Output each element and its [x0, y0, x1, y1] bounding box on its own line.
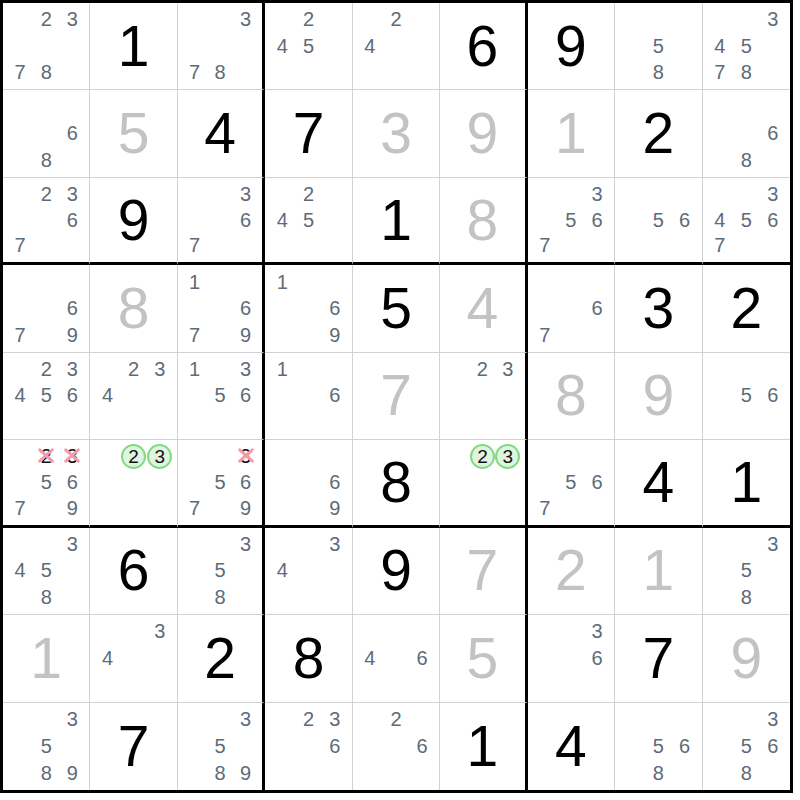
candidate-7[interactable]: 7: [189, 498, 200, 518]
candidate-9[interactable]: 9: [329, 325, 340, 345]
cell-r6c1[interactable]: 235679: [3, 440, 90, 527]
cell-r4c7[interactable]: 67: [528, 265, 615, 352]
pencil-marks: 169: [269, 268, 347, 347]
cell-r2c4[interactable]: 7: [265, 90, 352, 177]
cell-r5c2[interactable]: 234: [90, 353, 177, 440]
candidate-6[interactable]: 6: [767, 385, 778, 405]
candidate-3[interactable]: 3: [329, 709, 340, 729]
candidate-3[interactable]: 3: [240, 359, 251, 379]
candidate-6[interactable]: 6: [329, 298, 340, 318]
cell-r8c7[interactable]: 36: [528, 615, 615, 702]
candidate-6[interactable]: 6: [417, 736, 428, 756]
pencil-marks: 35679: [182, 443, 258, 520]
placed-digit: 7: [467, 542, 499, 599]
pencil-marks: 679: [7, 268, 85, 347]
cell-r8c1[interactable]: 1: [3, 615, 90, 702]
cell-r1c5[interactable]: 24: [353, 3, 440, 90]
pencil-marks: 358: [182, 531, 258, 610]
solved-digit: 2: [204, 630, 236, 687]
pencil-marks: 367: [182, 181, 258, 258]
cell-r6c8[interactable]: 4: [615, 440, 702, 527]
cell-r4c5[interactable]: 5: [353, 265, 440, 352]
cell-r6c7[interactable]: 567: [528, 440, 615, 527]
sudoku-board: 2378137824524695834578685473912682367936…: [0, 0, 793, 793]
candidate-6[interactable]: 6: [591, 298, 602, 318]
candidate-9[interactable]: 9: [67, 325, 78, 345]
placed-digit: 5: [467, 630, 499, 687]
cell-r5c7[interactable]: 8: [528, 353, 615, 440]
pencil-marks: 56: [707, 356, 786, 435]
candidate-4[interactable]: 4: [102, 648, 113, 668]
cell-r7c6[interactable]: 7: [440, 528, 527, 615]
candidate-3[interactable]: 3: [67, 709, 78, 729]
candidate-2[interactable]: 2: [390, 709, 401, 729]
candidate-6[interactable]: 6: [67, 210, 78, 230]
candidate-8[interactable]: 8: [41, 587, 52, 607]
candidate-3[interactable]: 3: [767, 709, 778, 729]
pencil-marks: 568: [619, 706, 697, 786]
placed-digit: 3: [380, 105, 412, 162]
cell-r5c9[interactable]: 56: [703, 353, 790, 440]
solved-digit: 7: [118, 718, 150, 775]
candidate-3[interactable]: 3: [767, 9, 778, 29]
pencil-marks: 2378: [7, 6, 85, 85]
candidate-3[interactable]: 3: [767, 534, 778, 554]
candidate-2-circled[interactable]: 2: [470, 444, 495, 469]
candidate-2[interactable]: 2: [41, 359, 52, 379]
placed-digit: 1: [30, 630, 62, 687]
cell-r4c9[interactable]: 2: [703, 265, 790, 352]
solved-digit: 3: [642, 280, 674, 337]
pencil-marks: 67: [532, 268, 610, 347]
cell-r3c3[interactable]: 367: [178, 178, 265, 265]
candidate-6[interactable]: 6: [240, 472, 251, 492]
solved-digit: 4: [555, 718, 587, 775]
solved-digit: 1: [730, 454, 762, 511]
candidate-7[interactable]: 7: [15, 325, 26, 345]
pencil-marks: 34567: [707, 181, 786, 258]
candidate-5[interactable]: 5: [653, 210, 664, 230]
candidate-2-circled[interactable]: 2: [121, 444, 146, 469]
solved-digit: 4: [204, 105, 236, 162]
cell-r9c1[interactable]: 3589: [3, 703, 90, 790]
placed-digit: 8: [467, 192, 499, 249]
cell-r2c2[interactable]: 5: [90, 90, 177, 177]
candidate-2[interactable]: 2: [477, 359, 488, 379]
pencil-marks: 16: [269, 356, 347, 435]
candidate-5[interactable]: 5: [565, 472, 576, 492]
candidate-7[interactable]: 7: [539, 498, 550, 518]
cell-r5c6[interactable]: 23: [440, 353, 527, 440]
candidate-5[interactable]: 5: [741, 36, 752, 56]
cell-r8c8[interactable]: 7: [615, 615, 702, 702]
candidate-5[interactable]: 5: [41, 472, 52, 492]
candidate-7[interactable]: 7: [189, 235, 200, 255]
cell-r8c5[interactable]: 46: [353, 615, 440, 702]
cell-r8c6[interactable]: 5: [440, 615, 527, 702]
candidate-3[interactable]: 3: [240, 184, 251, 204]
candidate-7[interactable]: 7: [539, 325, 550, 345]
solved-digit: 6: [118, 542, 150, 599]
cell-r3c4[interactable]: 245: [265, 178, 352, 265]
pencil-marks: 3589: [182, 706, 258, 786]
candidate-4[interactable]: 4: [714, 36, 725, 56]
candidate-6[interactable]: 6: [329, 385, 340, 405]
cell-r3c6[interactable]: 8: [440, 178, 527, 265]
candidate-3[interactable]: 3: [767, 184, 778, 204]
candidate-6[interactable]: 6: [329, 472, 340, 492]
candidate-5[interactable]: 5: [215, 385, 226, 405]
cell-r1c2[interactable]: 1: [90, 3, 177, 90]
candidate-3[interactable]: 3: [67, 359, 78, 379]
candidate-6[interactable]: 6: [329, 736, 340, 756]
candidate-3[interactable]: 3: [154, 621, 165, 641]
candidate-8[interactable]: 8: [653, 763, 664, 783]
candidate-4[interactable]: 4: [15, 385, 26, 405]
candidate-5[interactable]: 5: [653, 36, 664, 56]
candidate-8[interactable]: 8: [215, 587, 226, 607]
cell-r9c7[interactable]: 4: [528, 703, 615, 790]
candidate-6[interactable]: 6: [679, 210, 690, 230]
cell-r8c3[interactable]: 2: [178, 615, 265, 702]
candidate-3[interactable]: 3: [240, 709, 251, 729]
cell-r3c8[interactable]: 56: [615, 178, 702, 265]
candidate-6[interactable]: 6: [417, 648, 428, 668]
cell-r1c7[interactable]: 9: [528, 3, 615, 90]
cell-r8c4[interactable]: 8: [265, 615, 352, 702]
candidate-1[interactable]: 1: [277, 359, 288, 379]
candidate-6[interactable]: 6: [591, 210, 602, 230]
pencil-marks: 2367: [7, 181, 85, 258]
candidate-5[interactable]: 5: [741, 560, 752, 580]
candidate-8[interactable]: 8: [653, 62, 664, 82]
pencil-marks: 69: [269, 443, 347, 520]
candidate-6[interactable]: 6: [67, 298, 78, 318]
cell-r3c2[interactable]: 9: [90, 178, 177, 265]
pencil-marks: 378: [182, 6, 258, 85]
candidate-6[interactable]: 6: [67, 472, 78, 492]
candidate-5[interactable]: 5: [741, 210, 752, 230]
pencil-marks: 24: [357, 6, 435, 85]
candidate-5[interactable]: 5: [215, 560, 226, 580]
solved-digit: 9: [380, 542, 412, 599]
cell-r1c4[interactable]: 245: [265, 3, 352, 90]
candidate-2[interactable]: 2: [41, 184, 52, 204]
candidate-5[interactable]: 5: [303, 36, 314, 56]
candidate-3-eliminated[interactable]: 3: [67, 446, 78, 466]
placed-digit: 4: [467, 280, 499, 337]
cell-r5c1[interactable]: 23456: [3, 353, 90, 440]
candidate-9[interactable]: 9: [67, 498, 78, 518]
pencil-marks: 23: [94, 443, 172, 520]
pencil-marks: 1679: [182, 268, 258, 347]
candidate-8[interactable]: 8: [741, 587, 752, 607]
candidate-3[interactable]: 3: [329, 534, 340, 554]
cell-r3c5[interactable]: 1: [353, 178, 440, 265]
candidate-7[interactable]: 7: [15, 235, 26, 255]
candidate-1[interactable]: 1: [189, 359, 200, 379]
solved-digit: 9: [118, 192, 150, 249]
candidate-3-circled[interactable]: 3: [495, 444, 520, 469]
placed-digit: 7: [380, 367, 412, 424]
candidate-8[interactable]: 8: [741, 150, 752, 170]
solved-digit: 5: [380, 280, 412, 337]
candidate-3[interactable]: 3: [154, 359, 165, 379]
candidate-6[interactable]: 6: [591, 648, 602, 668]
cell-r7c3[interactable]: 358: [178, 528, 265, 615]
candidate-1[interactable]: 1: [277, 272, 288, 292]
solved-digit: 2: [642, 105, 674, 162]
cell-r7c7[interactable]: 2: [528, 528, 615, 615]
cell-r2c3[interactable]: 4: [178, 90, 265, 177]
solved-digit: 2: [730, 280, 762, 337]
pencil-marks: 236: [269, 706, 347, 786]
solved-digit: 7: [293, 105, 325, 162]
candidate-6[interactable]: 6: [679, 736, 690, 756]
candidate-5[interactable]: 5: [41, 385, 52, 405]
solved-digit: 7: [642, 630, 674, 687]
candidate-8[interactable]: 8: [41, 62, 52, 82]
candidate-6[interactable]: 6: [67, 123, 78, 143]
pencil-marks: 26: [357, 706, 435, 786]
candidate-2[interactable]: 2: [41, 9, 52, 29]
cell-r6c9[interactable]: 1: [703, 440, 790, 527]
cell-r7c1[interactable]: 3458: [3, 528, 90, 615]
cell-r3c9[interactable]: 34567: [703, 178, 790, 265]
cell-r4c3[interactable]: 1679: [178, 265, 265, 352]
pencil-marks: 245: [269, 181, 347, 258]
solved-digit: 1: [118, 18, 150, 75]
candidate-3[interactable]: 3: [67, 534, 78, 554]
solved-digit: 1: [467, 718, 499, 775]
pencil-marks: 234: [94, 356, 172, 435]
cell-r4c1[interactable]: 679: [3, 265, 90, 352]
cell-r1c6[interactable]: 6: [440, 3, 527, 90]
pencil-marks: 34: [94, 618, 172, 697]
pencil-marks: 36: [532, 618, 610, 697]
candidate-2[interactable]: 2: [303, 709, 314, 729]
cell-r4c2[interactable]: 8: [90, 265, 177, 352]
cell-r7c5[interactable]: 9: [353, 528, 440, 615]
candidate-8[interactable]: 8: [741, 62, 752, 82]
cell-r5c3[interactable]: 1356: [178, 353, 265, 440]
candidate-6[interactable]: 6: [767, 736, 778, 756]
candidate-4[interactable]: 4: [277, 36, 288, 56]
candidate-3[interactable]: 3: [240, 9, 251, 29]
solved-digit: 8: [293, 630, 325, 687]
cell-r1c3[interactable]: 378: [178, 3, 265, 90]
pencil-marks: 358: [707, 531, 786, 610]
cell-r9c8[interactable]: 568: [615, 703, 702, 790]
candidate-5[interactable]: 5: [215, 472, 226, 492]
cell-r9c4[interactable]: 236: [265, 703, 352, 790]
cell-r2c8[interactable]: 2: [615, 90, 702, 177]
candidate-8[interactable]: 8: [41, 150, 52, 170]
candidate-4[interactable]: 4: [15, 560, 26, 580]
candidate-2-eliminated[interactable]: 2: [41, 446, 52, 466]
placed-digit: 9: [467, 105, 499, 162]
cell-r6c5[interactable]: 8: [353, 440, 440, 527]
candidate-9[interactable]: 9: [240, 763, 251, 783]
cell-r4c8[interactable]: 3: [615, 265, 702, 352]
cell-r2c5[interactable]: 3: [353, 90, 440, 177]
cell-r6c6[interactable]: 23: [440, 440, 527, 527]
pencil-marks: 68: [707, 93, 786, 172]
cell-r4c4[interactable]: 169: [265, 265, 352, 352]
pencil-marks: 34: [269, 531, 347, 610]
cell-r5c5[interactable]: 7: [353, 353, 440, 440]
placed-digit: 1: [642, 542, 674, 599]
candidate-6[interactable]: 6: [240, 298, 251, 318]
candidate-2[interactable]: 2: [390, 9, 401, 29]
candidate-6[interactable]: 6: [240, 210, 251, 230]
candidate-5[interactable]: 5: [41, 736, 52, 756]
solved-digit: 9: [555, 18, 587, 75]
candidate-3[interactable]: 3: [591, 621, 602, 641]
candidate-1[interactable]: 1: [189, 272, 200, 292]
pencil-marks: 3589: [7, 706, 85, 786]
placed-digit: 8: [555, 367, 587, 424]
candidate-5[interactable]: 5: [215, 736, 226, 756]
cell-r1c9[interactable]: 34578: [703, 3, 790, 90]
candidate-3[interactable]: 3: [502, 359, 513, 379]
cell-r7c9[interactable]: 358: [703, 528, 790, 615]
pencil-marks: 3568: [707, 706, 786, 786]
candidate-5[interactable]: 5: [653, 736, 664, 756]
candidate-6[interactable]: 6: [767, 123, 778, 143]
candidate-9[interactable]: 9: [240, 325, 251, 345]
candidate-7[interactable]: 7: [15, 498, 26, 518]
candidate-4[interactable]: 4: [277, 210, 288, 230]
cell-r2c1[interactable]: 68: [3, 90, 90, 177]
solved-digit: 1: [380, 192, 412, 249]
candidate-2[interactable]: 2: [303, 9, 314, 29]
candidate-5[interactable]: 5: [741, 736, 752, 756]
cell-r2c9[interactable]: 68: [703, 90, 790, 177]
cell-r3c7[interactable]: 3567: [528, 178, 615, 265]
cell-r6c3[interactable]: 35679: [178, 440, 265, 527]
placed-digit: 2: [555, 542, 587, 599]
placed-digit: 9: [730, 630, 762, 687]
candidate-2[interactable]: 2: [128, 359, 139, 379]
pencil-marks: 56: [619, 181, 697, 258]
cell-r8c2[interactable]: 34: [90, 615, 177, 702]
cell-r9c2[interactable]: 7: [90, 703, 177, 790]
candidate-4[interactable]: 4: [277, 560, 288, 580]
candidate-7[interactable]: 7: [714, 62, 725, 82]
pencil-marks: 34578: [707, 6, 786, 85]
pencil-marks: 23: [444, 443, 520, 520]
pencil-marks: 235679: [7, 443, 85, 520]
candidate-5[interactable]: 5: [303, 210, 314, 230]
candidate-6[interactable]: 6: [240, 385, 251, 405]
pencil-marks: 58: [619, 6, 697, 85]
cell-r3c1[interactable]: 2367: [3, 178, 90, 265]
candidate-6[interactable]: 6: [767, 210, 778, 230]
candidate-8[interactable]: 8: [741, 763, 752, 783]
candidate-7[interactable]: 7: [189, 62, 200, 82]
placed-digit: 8: [118, 280, 150, 337]
pencil-marks: 3458: [7, 531, 85, 610]
candidate-9[interactable]: 9: [329, 498, 340, 518]
candidate-6[interactable]: 6: [67, 385, 78, 405]
pencil-marks: 68: [7, 93, 85, 172]
candidate-9[interactable]: 9: [67, 763, 78, 783]
cell-r1c1[interactable]: 2378: [3, 3, 90, 90]
candidate-7[interactable]: 7: [189, 325, 200, 345]
solved-digit: 8: [380, 454, 412, 511]
candidate-4[interactable]: 4: [714, 210, 725, 230]
candidate-7[interactable]: 7: [714, 235, 725, 255]
candidate-9[interactable]: 9: [240, 498, 251, 518]
cell-r2c6[interactable]: 9: [440, 90, 527, 177]
candidate-3[interactable]: 3: [67, 9, 78, 29]
cell-r7c4[interactable]: 34: [265, 528, 352, 615]
pencil-marks: 245: [269, 6, 347, 85]
candidate-8[interactable]: 8: [41, 763, 52, 783]
candidate-8[interactable]: 8: [215, 62, 226, 82]
candidate-2[interactable]: 2: [303, 184, 314, 204]
cell-r5c8[interactable]: 9: [615, 353, 702, 440]
cell-r5c4[interactable]: 16: [265, 353, 352, 440]
candidate-3[interactable]: 3: [67, 184, 78, 204]
cell-r1c8[interactable]: 58: [615, 3, 702, 90]
pencil-marks: 567: [532, 443, 610, 520]
cell-r9c9[interactable]: 3568: [703, 703, 790, 790]
cell-r6c2[interactable]: 23: [90, 440, 177, 527]
placed-digit: 1: [555, 105, 587, 162]
cell-r9c3[interactable]: 3589: [178, 703, 265, 790]
cell-r9c6[interactable]: 1: [440, 703, 527, 790]
placed-digit: 9: [642, 367, 674, 424]
candidate-5[interactable]: 5: [41, 560, 52, 580]
pencil-marks: 23: [444, 356, 520, 435]
cell-r8c9[interactable]: 9: [703, 615, 790, 702]
pencil-marks: 3567: [532, 181, 610, 258]
candidate-4[interactable]: 4: [102, 385, 113, 405]
cell-r6c4[interactable]: 69: [265, 440, 352, 527]
cell-r4c6[interactable]: 4: [440, 265, 527, 352]
candidate-4[interactable]: 4: [364, 648, 375, 668]
candidate-5[interactable]: 5: [565, 210, 576, 230]
cell-r7c2[interactable]: 6: [90, 528, 177, 615]
candidate-7[interactable]: 7: [539, 235, 550, 255]
candidate-3-eliminated[interactable]: 3: [240, 446, 251, 466]
placed-digit: 5: [118, 105, 150, 162]
solved-digit: 6: [467, 18, 499, 75]
cell-r2c7[interactable]: 1: [528, 90, 615, 177]
pencil-marks: 23456: [7, 356, 85, 435]
pencil-marks: 1356: [182, 356, 258, 435]
candidate-8[interactable]: 8: [215, 763, 226, 783]
candidate-3[interactable]: 3: [591, 184, 602, 204]
candidate-4[interactable]: 4: [364, 36, 375, 56]
solved-digit: 4: [642, 454, 674, 511]
pencil-marks: 46: [357, 618, 435, 697]
candidate-6[interactable]: 6: [591, 472, 602, 492]
candidate-3[interactable]: 3: [240, 534, 251, 554]
candidate-3-circled[interactable]: 3: [147, 444, 172, 469]
cell-r9c5[interactable]: 26: [353, 703, 440, 790]
cell-r7c8[interactable]: 1: [615, 528, 702, 615]
candidate-7[interactable]: 7: [15, 62, 26, 82]
candidate-5[interactable]: 5: [741, 385, 752, 405]
